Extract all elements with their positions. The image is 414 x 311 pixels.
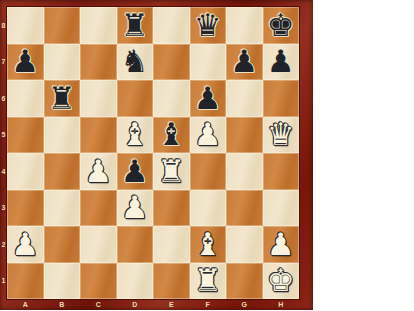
white-bishop-f2[interactable]: ♝ [190,226,227,263]
black-pawn-a7[interactable]: ♟ [7,44,44,81]
black-pawn-f6[interactable]: ♟ [190,80,227,117]
square-h2[interactable]: ♟ [263,226,300,263]
white-king-h1[interactable]: ♚ [263,263,300,300]
square-d1[interactable] [117,263,154,300]
square-c3[interactable] [80,190,117,227]
board-frame: 87654321 ABCDEFGH ♜♛♚♟♞♟♟♜♟♝♝♟♛♟♟♜♟♟♝♟♜♚ [0,0,313,310]
black-rook-b6[interactable]: ♜ [44,80,81,117]
square-e2[interactable] [153,226,190,263]
rank-label-8: 8 [0,7,7,44]
rank-label-1: 1 [0,263,7,300]
square-d4[interactable]: ♟ [117,153,154,190]
white-pawn-f5[interactable]: ♟ [190,117,227,154]
square-c8[interactable] [80,7,117,44]
square-h6[interactable] [263,80,300,117]
square-g8[interactable] [226,7,263,44]
rank-labels: 87654321 [0,7,7,299]
square-f5[interactable]: ♟ [190,117,227,154]
square-d7[interactable]: ♞ [117,44,154,81]
white-rook-e4[interactable]: ♜ [153,153,190,190]
square-g4[interactable] [226,153,263,190]
black-rook-d8[interactable]: ♜ [117,7,154,44]
white-pawn-d3[interactable]: ♟ [117,190,154,227]
square-d6[interactable] [117,80,154,117]
square-g3[interactable] [226,190,263,227]
rank-label-5: 5 [0,117,7,154]
black-queen-f8[interactable]: ♛ [190,7,227,44]
square-g6[interactable] [226,80,263,117]
square-g5[interactable] [226,117,263,154]
file-label-g: G [226,299,263,310]
square-d3[interactable]: ♟ [117,190,154,227]
white-pawn-a2[interactable]: ♟ [7,226,44,263]
square-f2[interactable]: ♝ [190,226,227,263]
square-b4[interactable] [44,153,81,190]
rank-label-4: 4 [0,153,7,190]
square-c6[interactable] [80,80,117,117]
file-label-b: B [44,299,81,310]
rank-label-2: 2 [0,226,7,263]
square-h3[interactable] [263,190,300,227]
black-pawn-d4[interactable]: ♟ [117,153,154,190]
board-grid[interactable]: ♜♛♚♟♞♟♟♜♟♝♝♟♛♟♟♜♟♟♝♟♜♚ [7,7,299,299]
square-e6[interactable] [153,80,190,117]
square-f1[interactable]: ♜ [190,263,227,300]
rank-label-7: 7 [0,44,7,81]
square-b8[interactable] [44,7,81,44]
square-h1[interactable]: ♚ [263,263,300,300]
square-f8[interactable]: ♛ [190,7,227,44]
square-b5[interactable] [44,117,81,154]
file-label-f: F [190,299,227,310]
square-a2[interactable]: ♟ [7,226,44,263]
square-b2[interactable] [44,226,81,263]
white-pawn-c4[interactable]: ♟ [80,153,117,190]
square-f3[interactable] [190,190,227,227]
square-c7[interactable] [80,44,117,81]
square-f4[interactable] [190,153,227,190]
square-c2[interactable] [80,226,117,263]
square-a1[interactable] [7,263,44,300]
square-e5[interactable]: ♝ [153,117,190,154]
rank-label-3: 3 [0,190,7,227]
page: 87654321 ABCDEFGH ♜♛♚♟♞♟♟♜♟♝♝♟♛♟♟♜♟♟♝♟♜♚ [0,0,414,311]
file-label-h: H [263,299,300,310]
square-b3[interactable] [44,190,81,227]
square-h7[interactable]: ♟ [263,44,300,81]
file-label-c: C [80,299,117,310]
square-a8[interactable] [7,7,44,44]
file-labels: ABCDEFGH [7,299,299,310]
square-e3[interactable] [153,190,190,227]
square-g2[interactable] [226,226,263,263]
square-a7[interactable]: ♟ [7,44,44,81]
square-h5[interactable]: ♛ [263,117,300,154]
square-c4[interactable]: ♟ [80,153,117,190]
black-knight-d7[interactable]: ♞ [117,44,154,81]
black-pawn-g7[interactable]: ♟ [226,44,263,81]
square-a4[interactable] [7,153,44,190]
square-e8[interactable] [153,7,190,44]
square-a5[interactable] [7,117,44,154]
square-d5[interactable]: ♝ [117,117,154,154]
square-g7[interactable]: ♟ [226,44,263,81]
square-c1[interactable] [80,263,117,300]
black-pawn-h7[interactable]: ♟ [263,44,300,81]
square-a6[interactable] [7,80,44,117]
square-e4[interactable]: ♜ [153,153,190,190]
square-a3[interactable] [7,190,44,227]
square-h4[interactable] [263,153,300,190]
file-label-d: D [117,299,154,310]
file-label-a: A [7,299,44,310]
white-pawn-h2[interactable]: ♟ [263,226,300,263]
square-d2[interactable] [117,226,154,263]
black-bishop-e5[interactable]: ♝ [153,117,190,154]
square-h8[interactable]: ♚ [263,7,300,44]
white-rook-f1[interactable]: ♜ [190,263,227,300]
black-king-h8[interactable]: ♚ [263,7,300,44]
square-e7[interactable] [153,44,190,81]
square-c5[interactable] [80,117,117,154]
file-label-e: E [153,299,190,310]
square-d8[interactable]: ♜ [117,7,154,44]
square-f6[interactable]: ♟ [190,80,227,117]
white-bishop-d5[interactable]: ♝ [117,117,154,154]
rank-label-6: 6 [0,80,7,117]
white-queen-h5[interactable]: ♛ [263,117,300,154]
square-b7[interactable] [44,44,81,81]
square-g1[interactable] [226,263,263,300]
square-b6[interactable]: ♜ [44,80,81,117]
square-e1[interactable] [153,263,190,300]
square-b1[interactable] [44,263,81,300]
square-f7[interactable] [190,44,227,81]
